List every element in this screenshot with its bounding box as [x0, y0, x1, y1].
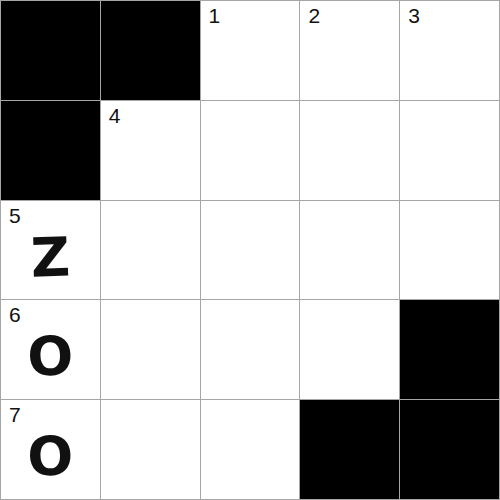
cell-r1c1[interactable]: 4: [101, 101, 200, 200]
cell-r3c0[interactable]: 6O: [1, 300, 100, 399]
cell-r1c3[interactable]: [300, 101, 399, 200]
cell-r2c0[interactable]: 5Z: [1, 201, 100, 300]
cell-r0c3[interactable]: 2: [300, 1, 399, 100]
cell-r2c3[interactable]: [300, 201, 399, 300]
cell-r4c0[interactable]: 7O: [1, 400, 100, 499]
clue-number: 1: [209, 4, 221, 27]
cell-r2c2[interactable]: [201, 201, 300, 300]
cell-r3c3[interactable]: [300, 300, 399, 399]
cell-r1c2[interactable]: [201, 101, 300, 200]
black-square-r0c1: [101, 1, 200, 100]
clue-number: 2: [308, 4, 320, 27]
handwritten-letter: Z: [1, 213, 100, 299]
cell-r3c1[interactable]: [101, 300, 200, 399]
cell-r0c4[interactable]: 3: [400, 1, 499, 100]
black-square-r3c4: [400, 300, 499, 399]
black-square-r0c0: [1, 1, 100, 100]
cell-r4c1[interactable]: [101, 400, 200, 499]
clue-number: 3: [408, 4, 420, 27]
black-square-r4c3: [300, 400, 399, 499]
crossword-grid: 12345Z6O7O: [0, 0, 500, 500]
cell-r2c1[interactable]: [101, 201, 200, 300]
black-square-r4c4: [400, 400, 499, 499]
black-square-r1c0: [1, 101, 100, 200]
handwritten-letter: O: [1, 313, 100, 399]
cell-r2c4[interactable]: [400, 201, 499, 300]
cell-r3c2[interactable]: [201, 300, 300, 399]
cell-r4c2[interactable]: [201, 400, 300, 499]
handwritten-letter: O: [1, 412, 100, 499]
crossword-puzzle: 12345Z6O7O: [0, 0, 500, 500]
cell-r1c4[interactable]: [400, 101, 499, 200]
clue-number: 4: [109, 104, 121, 127]
cell-r0c2[interactable]: 1: [201, 1, 300, 100]
